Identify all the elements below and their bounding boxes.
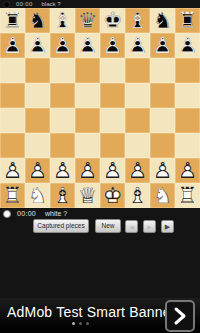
piece-outline-glyph: ♙ xyxy=(125,158,150,183)
square-f5[interactable] xyxy=(125,83,150,108)
square-d3[interactable] xyxy=(75,133,100,158)
piece-white-bishop[interactable]: ♝♗ xyxy=(50,183,75,208)
square-f6[interactable] xyxy=(125,58,150,83)
piece-outline-glyph: ♙ xyxy=(50,158,75,183)
square-a3[interactable] xyxy=(0,133,25,158)
piece-outline-glyph: ♙ xyxy=(25,33,50,58)
square-c8[interactable]: ♝♗ xyxy=(50,8,75,33)
square-g6[interactable] xyxy=(150,58,175,83)
piece-outline-glyph: ♘ xyxy=(25,8,50,33)
square-d8[interactable]: ♛♕ xyxy=(75,8,100,33)
move-forward-icon[interactable]: ▶ xyxy=(143,220,156,233)
square-f7[interactable]: ♟♙ xyxy=(125,33,150,58)
play-icon[interactable]: ▶ xyxy=(161,220,174,233)
piece-outline-glyph: ♖ xyxy=(0,8,25,33)
square-a7[interactable]: ♟♙ xyxy=(0,33,25,58)
square-e1[interactable]: ♚♔ xyxy=(100,183,125,208)
piece-white-pawn[interactable]: ♟♙ xyxy=(50,158,75,183)
square-f1[interactable]: ♝♗ xyxy=(125,183,150,208)
piece-outline-glyph: ♔ xyxy=(100,183,125,208)
square-a2[interactable]: ♟♙ xyxy=(0,158,25,183)
piece-outline-glyph: ♘ xyxy=(150,8,175,33)
piece-outline-glyph: ♕ xyxy=(75,8,100,33)
piece-white-pawn[interactable]: ♟♙ xyxy=(150,158,175,183)
chess-board[interactable]: ♜♖♞♘♝♗♛♕♚♔♝♗♞♘♜♖♟♙♟♙♟♙♟♙♟♙♟♙♟♙♟♙♟♙♟♙♟♙♟♙… xyxy=(0,8,200,208)
square-d1[interactable]: ♛♕ xyxy=(75,183,100,208)
chevron-right-icon xyxy=(172,306,188,326)
piece-outline-glyph: ♙ xyxy=(150,33,175,58)
piece-outline-glyph: ♘ xyxy=(150,183,175,208)
square-b8[interactable]: ♞♘ xyxy=(25,8,50,33)
piece-outline-glyph: ♙ xyxy=(25,158,50,183)
square-b3[interactable] xyxy=(25,133,50,158)
captured-pieces-button[interactable]: Captured pieces xyxy=(33,219,89,233)
phone-screen: 00:00 black ? ♜♖♞♘♝♗♛♕♚♔♝♗♞♘♜♖♟♙♟♙♟♙♟♙♟♙… xyxy=(0,0,200,333)
piece-outline-glyph: ♙ xyxy=(125,33,150,58)
piece-white-rook[interactable]: ♜♖ xyxy=(0,183,25,208)
piece-black-bishop[interactable]: ♝♗ xyxy=(50,8,75,33)
piece-white-queen[interactable]: ♛♕ xyxy=(75,183,100,208)
piece-black-pawn[interactable]: ♟♙ xyxy=(100,33,125,58)
square-b2[interactable]: ♟♙ xyxy=(25,158,50,183)
page-dot xyxy=(72,322,75,325)
piece-black-pawn[interactable]: ♟♙ xyxy=(0,33,25,58)
square-c5[interactable] xyxy=(50,83,75,108)
black-player-label: black ? xyxy=(42,1,61,7)
piece-outline-glyph: ♗ xyxy=(125,183,150,208)
piece-black-rook[interactable]: ♜♖ xyxy=(175,8,200,33)
square-h8[interactable]: ♜♖ xyxy=(175,8,200,33)
piece-white-pawn[interactable]: ♟♙ xyxy=(0,158,25,183)
piece-white-pawn[interactable]: ♟♙ xyxy=(25,158,50,183)
piece-outline-glyph: ♙ xyxy=(175,158,200,183)
piece-black-rook[interactable]: ♜♖ xyxy=(0,8,25,33)
piece-outline-glyph: ♙ xyxy=(75,33,100,58)
piece-outline-glyph: ♙ xyxy=(100,158,125,183)
piece-black-king[interactable]: ♚♔ xyxy=(100,8,125,33)
piece-black-bishop[interactable]: ♝♗ xyxy=(125,8,150,33)
piece-outline-glyph: ♕ xyxy=(75,183,100,208)
square-e6[interactable] xyxy=(100,58,125,83)
white-turn-icon xyxy=(3,210,11,218)
ad-chevron-button[interactable] xyxy=(165,300,195,332)
page-dot xyxy=(86,322,89,325)
square-g5[interactable] xyxy=(150,83,175,108)
square-a5[interactable] xyxy=(0,83,25,108)
square-b1[interactable]: ♞♘ xyxy=(25,183,50,208)
piece-black-pawn[interactable]: ♟♙ xyxy=(150,33,175,58)
piece-black-pawn[interactable]: ♟♙ xyxy=(175,33,200,58)
piece-black-pawn[interactable]: ♟♙ xyxy=(125,33,150,58)
square-c2[interactable]: ♟♙ xyxy=(50,158,75,183)
piece-outline-glyph: ♗ xyxy=(50,183,75,208)
piece-black-pawn[interactable]: ♟♙ xyxy=(50,33,75,58)
square-b6[interactable] xyxy=(25,58,50,83)
square-e8[interactable]: ♚♔ xyxy=(100,8,125,33)
piece-white-pawn[interactable]: ♟♙ xyxy=(125,158,150,183)
piece-black-knight[interactable]: ♞♘ xyxy=(150,8,175,33)
square-f2[interactable]: ♟♙ xyxy=(125,158,150,183)
square-h3[interactable] xyxy=(175,133,200,158)
square-e2[interactable]: ♟♙ xyxy=(100,158,125,183)
piece-white-pawn[interactable]: ♟♙ xyxy=(175,158,200,183)
square-g4[interactable] xyxy=(150,108,175,133)
square-d6[interactable] xyxy=(75,58,100,83)
square-h6[interactable] xyxy=(175,58,200,83)
piece-white-bishop[interactable]: ♝♗ xyxy=(125,183,150,208)
square-g7[interactable]: ♟♙ xyxy=(150,33,175,58)
square-c1[interactable]: ♝♗ xyxy=(50,183,75,208)
new-game-button[interactable]: New xyxy=(95,219,121,233)
square-c7[interactable]: ♟♙ xyxy=(50,33,75,58)
piece-white-knight[interactable]: ♞♘ xyxy=(25,183,50,208)
piece-outline-glyph: ♙ xyxy=(175,33,200,58)
piece-white-rook[interactable]: ♜♖ xyxy=(175,183,200,208)
piece-outline-glyph: ♗ xyxy=(125,8,150,33)
square-e5[interactable] xyxy=(100,83,125,108)
piece-outline-glyph: ♗ xyxy=(50,8,75,33)
black-clock: 00:00 xyxy=(16,1,33,7)
square-g1[interactable]: ♞♘ xyxy=(150,183,175,208)
square-e3[interactable] xyxy=(100,133,125,158)
piece-black-pawn[interactable]: ♟♙ xyxy=(25,33,50,58)
piece-outline-glyph: ♙ xyxy=(100,33,125,58)
piece-white-king[interactable]: ♚♔ xyxy=(100,183,125,208)
square-g2[interactable]: ♟♙ xyxy=(150,158,175,183)
square-d5[interactable] xyxy=(75,83,100,108)
white-clock: 00:00 xyxy=(17,210,36,217)
square-f3[interactable] xyxy=(125,133,150,158)
black-turn-icon xyxy=(3,1,10,8)
piece-outline-glyph: ♙ xyxy=(75,158,100,183)
piece-black-pawn[interactable]: ♟♙ xyxy=(75,33,100,58)
piece-outline-glyph: ♙ xyxy=(0,33,25,58)
piece-outline-glyph: ♙ xyxy=(0,158,25,183)
piece-outline-glyph: ♖ xyxy=(175,8,200,33)
square-b5[interactable] xyxy=(25,83,50,108)
piece-white-pawn[interactable]: ♟♙ xyxy=(75,158,100,183)
black-player-bar: 00:00 black ? xyxy=(0,0,200,8)
piece-white-pawn[interactable]: ♟♙ xyxy=(100,158,125,183)
square-h2[interactable]: ♟♙ xyxy=(175,158,200,183)
move-back-icon[interactable]: ◀ xyxy=(125,220,138,233)
square-c6[interactable] xyxy=(50,58,75,83)
square-g3[interactable] xyxy=(150,133,175,158)
square-a8[interactable]: ♜♖ xyxy=(0,8,25,33)
piece-outline-glyph: ♘ xyxy=(25,183,50,208)
piece-outline-glyph: ♖ xyxy=(175,183,200,208)
square-b4[interactable] xyxy=(25,108,50,133)
white-player-label: white ? xyxy=(45,210,67,217)
piece-outline-glyph: ♖ xyxy=(0,183,25,208)
piece-outline-glyph: ♔ xyxy=(100,8,125,33)
square-d7[interactable]: ♟♙ xyxy=(75,33,100,58)
white-player-bar: 00:00 white ? xyxy=(0,208,200,219)
square-h4[interactable] xyxy=(175,108,200,133)
square-d4[interactable] xyxy=(75,108,100,133)
piece-outline-glyph: ♙ xyxy=(150,158,175,183)
square-a6[interactable] xyxy=(0,58,25,83)
square-h7[interactable]: ♟♙ xyxy=(175,33,200,58)
square-e4[interactable] xyxy=(100,108,125,133)
square-d2[interactable]: ♟♙ xyxy=(75,158,100,183)
square-c3[interactable] xyxy=(50,133,75,158)
ad-banner[interactable]: AdMob Test Smart Banner xyxy=(0,298,200,333)
piece-black-queen[interactable]: ♛♕ xyxy=(75,8,100,33)
square-g8[interactable]: ♞♘ xyxy=(150,8,175,33)
piece-outline-glyph: ♙ xyxy=(50,33,75,58)
page-dot xyxy=(79,322,82,325)
square-c4[interactable] xyxy=(50,108,75,133)
square-e7[interactable]: ♟♙ xyxy=(100,33,125,58)
ad-page-dots xyxy=(72,322,89,325)
square-a4[interactable] xyxy=(0,108,25,133)
square-f8[interactable]: ♝♗ xyxy=(125,8,150,33)
square-b7[interactable]: ♟♙ xyxy=(25,33,50,58)
ad-banner-text: AdMob Test Smart Banner xyxy=(7,303,176,321)
square-f4[interactable] xyxy=(125,108,150,133)
square-a1[interactable]: ♜♖ xyxy=(0,183,25,208)
square-h1[interactable]: ♜♖ xyxy=(175,183,200,208)
square-h5[interactable] xyxy=(175,83,200,108)
piece-black-knight[interactable]: ♞♘ xyxy=(25,8,50,33)
piece-white-knight[interactable]: ♞♘ xyxy=(150,183,175,208)
